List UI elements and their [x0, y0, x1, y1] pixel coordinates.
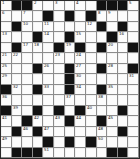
white-cell[interactable] [12, 32, 23, 42]
clue-number: 35 [108, 85, 113, 89]
black-cell [1, 106, 12, 116]
clue-number: 11 [44, 22, 49, 26]
white-cell[interactable] [118, 95, 129, 105]
white-cell[interactable] [75, 148, 86, 158]
clue-number: 10 [23, 22, 28, 26]
black-cell [33, 127, 44, 137]
white-cell[interactable] [97, 106, 108, 116]
black-cell [97, 116, 108, 126]
clue-number: 46 [23, 127, 28, 131]
white-cell[interactable]: 10 [22, 22, 33, 32]
white-cell[interactable]: 19 [65, 43, 76, 53]
white-cell[interactable]: 14 [43, 32, 54, 42]
white-cell[interactable]: 4 [75, 1, 86, 11]
white-cell[interactable] [128, 85, 139, 95]
black-cell [12, 43, 23, 53]
white-cell[interactable]: 7 [22, 11, 33, 21]
white-cell[interactable] [86, 43, 97, 53]
white-cell[interactable]: 39 [12, 106, 23, 116]
white-cell[interactable] [118, 11, 129, 21]
clue-number: 43 [55, 116, 60, 120]
white-cell[interactable] [107, 53, 118, 63]
white-cell[interactable]: 43 [54, 116, 65, 126]
white-cell[interactable]: 1 [1, 1, 12, 11]
white-cell[interactable] [107, 106, 118, 116]
clue-number: 40 [87, 106, 92, 110]
white-cell[interactable] [118, 85, 129, 95]
clue-number: 44 [76, 116, 81, 120]
clue-number: 2 [34, 1, 37, 5]
white-cell[interactable]: 21 [1, 53, 12, 63]
black-cell [33, 148, 44, 158]
clue-number: 36 [2, 95, 7, 99]
clue-number: 37 [66, 95, 71, 99]
white-cell[interactable] [128, 53, 139, 63]
white-cell[interactable] [65, 106, 76, 116]
white-cell[interactable]: 41 [1, 116, 12, 126]
white-cell[interactable] [97, 53, 108, 63]
white-cell[interactable]: 28 [107, 64, 118, 74]
white-cell[interactable] [1, 148, 12, 158]
clue-number: 32 [13, 85, 18, 89]
black-cell [43, 137, 54, 147]
white-cell[interactable]: 11 [43, 22, 54, 32]
white-cell[interactable] [128, 127, 139, 137]
black-cell [118, 1, 129, 11]
white-cell[interactable]: 18 [33, 43, 44, 53]
clue-number: 29 [2, 74, 7, 78]
black-cell [118, 127, 129, 137]
white-cell[interactable] [86, 116, 97, 126]
white-cell[interactable]: 42 [33, 116, 44, 126]
black-cell [33, 32, 44, 42]
clue-number: 30 [76, 74, 81, 78]
black-cell [128, 64, 139, 74]
clue-number: 28 [108, 64, 113, 68]
white-cell[interactable] [65, 53, 76, 63]
black-cell [22, 1, 33, 11]
white-cell[interactable]: 24 [75, 53, 86, 63]
white-cell[interactable]: 34 [75, 85, 86, 95]
black-cell [65, 32, 76, 42]
white-cell[interactable] [65, 22, 76, 32]
clue-number: 50 [98, 137, 103, 141]
white-cell[interactable] [75, 127, 86, 137]
white-cell[interactable]: 48 [97, 127, 108, 137]
white-cell[interactable] [43, 106, 54, 116]
white-cell[interactable] [54, 22, 65, 32]
black-cell [12, 148, 23, 158]
clue-number: 18 [34, 43, 39, 47]
black-cell [54, 43, 65, 53]
clue-number: 20 [108, 43, 113, 47]
white-cell[interactable]: 47 [43, 127, 54, 137]
white-cell[interactable] [86, 127, 97, 137]
white-cell[interactable]: 26 [43, 64, 54, 74]
white-cell[interactable] [54, 32, 65, 42]
white-cell[interactable] [43, 53, 54, 63]
white-cell[interactable]: 5 [128, 1, 139, 11]
white-cell[interactable] [1, 127, 12, 137]
white-cell[interactable]: 12 [86, 22, 97, 32]
white-cell[interactable] [86, 95, 97, 105]
white-cell[interactable]: 31 [128, 74, 139, 84]
clue-number: 16 [119, 32, 124, 36]
white-cell[interactable] [22, 32, 33, 42]
white-cell[interactable] [107, 74, 118, 84]
black-cell [65, 85, 76, 95]
white-cell[interactable]: 8 [97, 11, 108, 21]
clue-number: 23 [55, 53, 60, 57]
black-cell [22, 116, 33, 126]
clue-number: 17 [23, 43, 28, 47]
white-cell[interactable] [12, 116, 23, 126]
white-cell[interactable]: 25 [1, 64, 12, 74]
white-cell[interactable] [22, 85, 33, 95]
clue-number: 49 [2, 137, 7, 141]
white-cell[interactable]: 2 [33, 1, 44, 11]
white-cell[interactable] [54, 64, 65, 74]
white-cell[interactable] [118, 53, 129, 63]
white-cell[interactable] [43, 116, 54, 126]
white-cell[interactable]: 46 [22, 127, 33, 137]
white-cell[interactable] [75, 95, 86, 105]
white-cell[interactable] [33, 11, 44, 21]
white-cell[interactable] [54, 85, 65, 95]
black-cell [118, 22, 129, 32]
white-cell[interactable] [12, 137, 23, 147]
black-cell [97, 85, 108, 95]
white-cell[interactable] [12, 11, 23, 21]
white-cell[interactable] [118, 137, 129, 147]
white-cell[interactable] [97, 32, 108, 42]
black-cell [12, 127, 23, 137]
white-cell[interactable]: 13 [1, 32, 12, 42]
clue-number: 51 [44, 148, 49, 152]
clue-number: 5 [129, 1, 132, 5]
black-cell [65, 74, 76, 84]
clue-number: 39 [13, 106, 18, 110]
white-cell[interactable]: 49 [1, 137, 12, 147]
white-cell[interactable] [22, 137, 33, 147]
white-cell[interactable]: 38 [97, 95, 108, 105]
white-cell[interactable] [107, 22, 118, 32]
clue-number: 22 [13, 53, 18, 57]
white-cell[interactable] [33, 53, 44, 63]
clue-number: 8 [98, 11, 101, 15]
clue-number: 1 [2, 1, 5, 5]
clue-number: 9 [108, 11, 111, 15]
clue-number: 45 [108, 116, 113, 120]
clue-number: 31 [129, 74, 134, 78]
white-cell[interactable] [128, 137, 139, 147]
black-cell [107, 148, 118, 158]
white-cell[interactable] [22, 74, 33, 84]
white-cell[interactable] [86, 1, 97, 11]
black-cell [65, 137, 76, 147]
white-cell[interactable] [128, 116, 139, 126]
white-cell[interactable]: 37 [65, 95, 76, 105]
white-cell[interactable]: 50 [97, 137, 108, 147]
white-cell[interactable] [86, 74, 97, 84]
black-cell [12, 22, 23, 32]
white-cell[interactable] [65, 1, 76, 11]
white-cell[interactable] [86, 53, 97, 63]
white-cell[interactable] [22, 53, 33, 63]
white-cell[interactable] [128, 148, 139, 158]
white-cell[interactable] [54, 95, 65, 105]
clue-number: 21 [2, 53, 7, 57]
black-cell [75, 106, 86, 116]
black-cell [97, 22, 108, 32]
black-cell [1, 85, 12, 95]
white-cell[interactable] [107, 127, 118, 137]
white-cell[interactable] [65, 127, 76, 137]
white-cell[interactable] [86, 64, 97, 74]
white-cell[interactable] [118, 116, 129, 126]
black-cell [97, 64, 108, 74]
clue-number: 42 [34, 116, 39, 120]
white-cell[interactable]: 45 [107, 116, 118, 126]
white-cell[interactable] [1, 22, 12, 32]
clue-number: 24 [76, 53, 81, 57]
black-cell [128, 43, 139, 53]
white-cell[interactable]: 40 [86, 106, 97, 116]
white-cell[interactable] [43, 1, 54, 11]
white-cell[interactable]: 6 [1, 11, 12, 21]
white-cell[interactable] [1, 43, 12, 53]
black-cell [97, 1, 108, 11]
clue-number: 41 [2, 116, 7, 120]
black-cell [97, 43, 108, 53]
black-cell [86, 11, 97, 21]
white-cell[interactable] [86, 148, 97, 158]
white-cell[interactable]: 22 [12, 53, 23, 63]
white-cell[interactable] [97, 148, 108, 158]
clue-number: 48 [98, 127, 103, 131]
white-cell[interactable] [107, 95, 118, 105]
white-cell[interactable] [12, 95, 23, 105]
white-cell[interactable] [75, 22, 86, 32]
white-cell[interactable] [33, 22, 44, 32]
clue-number: 6 [2, 11, 5, 15]
black-cell [12, 1, 23, 11]
clue-number: 38 [98, 95, 103, 99]
clue-number: 47 [44, 127, 49, 131]
white-cell[interactable] [12, 64, 23, 74]
white-cell[interactable] [54, 11, 65, 21]
white-cell[interactable] [43, 95, 54, 105]
clue-number: 3 [55, 1, 58, 5]
black-cell [43, 11, 54, 21]
white-cell[interactable] [54, 148, 65, 158]
clue-number: 14 [44, 32, 49, 36]
white-cell[interactable]: 30 [75, 74, 86, 84]
white-cell[interactable] [128, 106, 139, 116]
white-cell[interactable]: 32 [12, 85, 23, 95]
black-cell [65, 11, 76, 21]
white-cell[interactable] [86, 85, 97, 95]
white-cell[interactable] [22, 95, 33, 105]
white-cell[interactable]: 9 [107, 11, 118, 21]
clue-number: 4 [76, 1, 79, 5]
clue-number: 33 [44, 85, 49, 89]
white-cell[interactable]: 36 [1, 95, 12, 105]
white-cell[interactable] [128, 32, 139, 42]
white-cell[interactable] [33, 137, 44, 147]
clue-number: 12 [87, 22, 92, 26]
black-cell [33, 85, 44, 95]
white-cell[interactable] [128, 11, 139, 21]
white-cell[interactable] [12, 74, 23, 84]
white-cell[interactable] [65, 148, 76, 158]
black-cell [107, 1, 118, 11]
black-cell [33, 106, 44, 116]
white-cell[interactable]: 16 [118, 32, 129, 42]
white-cell[interactable] [22, 106, 33, 116]
white-cell[interactable] [118, 74, 129, 84]
white-cell[interactable]: 33 [43, 85, 54, 95]
white-cell[interactable]: 17 [22, 43, 33, 53]
clue-number: 26 [44, 64, 49, 68]
white-cell[interactable] [107, 137, 118, 147]
clue-number: 15 [76, 32, 81, 36]
white-cell[interactable] [75, 11, 86, 21]
black-cell [86, 137, 97, 147]
black-cell [54, 106, 65, 116]
white-cell[interactable]: 27 [75, 64, 86, 74]
white-cell[interactable]: 35 [107, 85, 118, 95]
black-cell [118, 148, 129, 158]
white-cell[interactable] [54, 137, 65, 147]
white-cell[interactable]: 3 [54, 1, 65, 11]
white-cell[interactable]: 44 [75, 116, 86, 126]
white-cell[interactable] [75, 137, 86, 147]
white-cell[interactable] [128, 22, 139, 32]
black-cell [118, 106, 129, 116]
white-cell[interactable] [43, 74, 54, 84]
white-cell[interactable]: 15 [75, 32, 86, 42]
clue-number: 19 [66, 43, 71, 47]
clue-number: 27 [76, 64, 81, 68]
white-cell[interactable] [97, 74, 108, 84]
white-cell[interactable]: 23 [54, 53, 65, 63]
black-cell [65, 116, 76, 126]
white-cell[interactable] [33, 95, 44, 105]
white-cell[interactable]: 29 [1, 74, 12, 84]
black-cell [75, 43, 86, 53]
white-cell[interactable] [118, 64, 129, 74]
white-cell[interactable]: 51 [43, 148, 54, 158]
white-cell[interactable] [33, 74, 44, 84]
white-cell[interactable] [54, 74, 65, 84]
black-cell [65, 64, 76, 74]
black-cell [22, 148, 33, 158]
clue-number: 25 [2, 64, 7, 68]
white-cell[interactable] [22, 64, 33, 74]
clue-number: 13 [2, 32, 7, 36]
black-cell [33, 64, 44, 74]
white-cell[interactable]: 20 [107, 43, 118, 53]
white-cell[interactable] [128, 95, 139, 105]
white-cell[interactable] [54, 127, 65, 137]
clue-number: 34 [76, 85, 81, 89]
white-cell[interactable] [43, 43, 54, 53]
white-cell[interactable] [118, 43, 129, 53]
black-cell [107, 32, 118, 42]
crossword-grid: 1234567891011121314151617181920212223242… [0, 0, 140, 159]
white-cell[interactable] [86, 32, 97, 42]
clue-number: 7 [23, 11, 26, 15]
